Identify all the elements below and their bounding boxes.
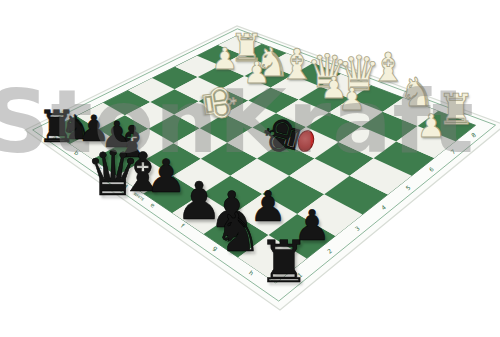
black-pawn-h2: ♟	[293, 205, 331, 247]
white-pawn-c7: ♟	[244, 58, 271, 88]
white-rook-h8: ♜	[437, 89, 475, 131]
white-knight-g8: ♞	[399, 72, 435, 112]
white-king-lying: ♚	[194, 80, 243, 125]
product-photo-stage: abcdefgh12345678WHITE ♟♜♞♟♝♛♛♟♟♝♞♟♜♚♜♞♟♟…	[0, 0, 500, 337]
chess-pieces-layer: ♟♜♞♟♝♛♛♟♟♝♞♟♜♚♜♞♟♟♝♛♝♟♟♟♞♟♜♟♚	[0, 0, 500, 337]
black-pawn-g2: ♟	[249, 186, 287, 228]
white-pawn-f7: ♟	[338, 84, 366, 115]
